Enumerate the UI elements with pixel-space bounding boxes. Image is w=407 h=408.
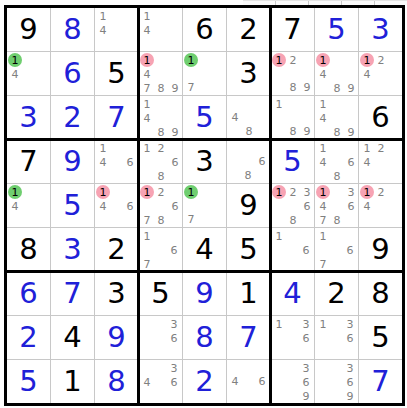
candidate-2: 2 — [374, 185, 388, 199]
candidate-1-pink-highlight: 1 — [316, 53, 330, 67]
cell-r8c9[interactable]: 5 — [359, 316, 402, 359]
candidate-9: 9 — [168, 81, 182, 95]
cell-r1c7[interactable]: 7 — [271, 8, 314, 51]
candidate-4: 4 — [140, 111, 154, 125]
cell-r9c6[interactable]: 46 — [227, 360, 270, 403]
cell-r8c6[interactable]: 7 — [227, 316, 270, 359]
cell-r8c1[interactable]: 2 — [7, 316, 50, 359]
candidates: 136 — [271, 316, 314, 359]
candidates: 12678 — [139, 184, 182, 227]
candidate-7: 7 — [140, 213, 154, 227]
candidates: 134678 — [315, 184, 358, 227]
candidate-6: 6 — [343, 243, 357, 257]
cell-r9c1[interactable]: 5 — [7, 360, 50, 403]
cell-r8c3[interactable]: 9 — [95, 316, 138, 359]
candidate-3: 3 — [344, 185, 358, 199]
cell-r4c8[interactable]: 1468 — [315, 140, 358, 183]
candidate-1-pink-highlight: 1 — [140, 53, 154, 67]
candidate-8: 8 — [286, 124, 300, 138]
given-digit: 1 — [239, 279, 257, 308]
solved-digit: 5 — [19, 367, 37, 396]
candidates: 167 — [139, 228, 182, 271]
candidates: 124 — [359, 52, 402, 95]
candidate-8: 8 — [154, 213, 168, 227]
candidate-1: 1 — [140, 229, 154, 243]
cell-r1c6[interactable]: 2 — [227, 8, 270, 51]
cell-r6c4[interactable]: 167 — [139, 228, 182, 271]
candidate-7: 7 — [140, 257, 154, 271]
cell-r7c1[interactable]: 6 — [7, 272, 50, 315]
cell-r1c3[interactable]: 14 — [95, 8, 138, 51]
candidate-8: 8 — [286, 213, 300, 227]
cell-r2c3[interactable]: 5 — [95, 52, 138, 95]
candidate-1-pink-highlight: 1 — [140, 185, 154, 199]
cell-r7c2[interactable]: 7 — [51, 272, 94, 315]
cell-r2c5[interactable]: 17 — [183, 52, 226, 95]
cell-r3c5[interactable]: 5 — [183, 96, 226, 139]
cell-r8c2[interactable]: 4 — [51, 316, 94, 359]
candidate-8: 8 — [330, 125, 344, 139]
given-digit: 3 — [195, 147, 213, 176]
given-digit: 8 — [19, 235, 37, 264]
cell-r4c1[interactable]: 7 — [7, 140, 50, 183]
candidate-1: 1 — [140, 9, 154, 23]
cell-r9c4[interactable]: 346 — [139, 360, 182, 403]
candidate-6: 6 — [167, 243, 181, 257]
candidate-9: 9 — [343, 389, 357, 403]
cell-r1c9[interactable]: 3 — [359, 8, 402, 51]
candidate-9: 9 — [300, 124, 314, 138]
given-digit: 2 — [327, 279, 345, 308]
candidate-1: 1 — [140, 141, 154, 155]
candidate-1-pink-highlight: 1 — [360, 53, 374, 67]
cell-r2c2[interactable]: 6 — [51, 52, 94, 95]
given-digit: 9 — [19, 15, 37, 44]
cell-r5c3[interactable]: 146 — [95, 184, 138, 227]
solved-digit: 2 — [63, 103, 81, 132]
solved-digit: 3 — [371, 15, 389, 44]
cell-r4c6[interactable]: 68 — [227, 140, 270, 183]
candidate-2: 2 — [154, 141, 168, 155]
candidates: 48 — [227, 96, 270, 139]
candidate-2: 2 — [286, 185, 300, 199]
candidate-8: 8 — [154, 81, 168, 95]
candidate-1: 1 — [96, 9, 110, 23]
candidate-6: 6 — [344, 199, 358, 213]
sudoku-board: 9814146275314651478917312891489124327148… — [7, 8, 402, 403]
solved-digit: 7 — [239, 323, 257, 352]
cell-r7c3[interactable]: 3 — [95, 272, 138, 315]
candidate-6: 6 — [167, 331, 181, 345]
candidate-9: 9 — [168, 125, 182, 139]
candidate-4: 4 — [140, 23, 154, 37]
candidate-8: 8 — [242, 124, 256, 138]
given-digit: 7 — [283, 15, 301, 44]
given-digit: 5 — [239, 235, 257, 264]
cell-r3c9[interactable]: 6 — [359, 96, 402, 139]
candidate-6: 6 — [343, 375, 357, 389]
candidates: 1289 — [271, 52, 314, 95]
solved-digit: 8 — [107, 367, 125, 396]
solved-digit: 8 — [195, 323, 213, 352]
candidate-1-pink-highlight: 1 — [360, 185, 374, 199]
candidates: 36 — [139, 316, 182, 359]
candidate-6: 6 — [300, 199, 314, 213]
cell-r5c6[interactable]: 9 — [227, 184, 270, 227]
candidate-6: 6 — [299, 243, 313, 257]
cell-r4c2[interactable]: 9 — [51, 140, 94, 183]
candidate-4: 4 — [8, 67, 22, 81]
candidate-3: 3 — [343, 317, 357, 331]
cell-r6c3[interactable]: 2 — [95, 228, 138, 271]
candidate-4: 4 — [96, 23, 110, 37]
solved-digit: 6 — [63, 59, 81, 88]
candidate-7: 7 — [316, 213, 330, 227]
candidates: 124 — [359, 140, 402, 183]
candidate-8: 8 — [241, 168, 255, 182]
candidate-1: 1 — [272, 97, 286, 111]
cell-r6c1[interactable]: 8 — [7, 228, 50, 271]
cell-r1c1[interactable]: 9 — [7, 8, 50, 51]
cell-r9c2[interactable]: 1 — [51, 360, 94, 403]
candidate-7: 7 — [316, 257, 330, 271]
candidate-4: 4 — [140, 67, 154, 81]
solved-digit: 9 — [195, 279, 213, 308]
solved-digit: 9 — [107, 323, 125, 352]
cell-r7c8[interactable]: 2 — [315, 272, 358, 315]
solved-digit: 5 — [283, 147, 301, 176]
cell-r2c7[interactable]: 1289 — [271, 52, 314, 95]
candidate-3: 3 — [299, 317, 313, 331]
candidate-8: 8 — [330, 213, 344, 227]
candidate-2: 2 — [374, 53, 388, 67]
candidate-3: 3 — [167, 317, 181, 331]
given-digit: 5 — [371, 323, 389, 352]
candidates: 17 — [183, 184, 226, 227]
solved-digit: 8 — [63, 15, 81, 44]
candidate-2: 2 — [374, 141, 388, 155]
cell-r3c7[interactable]: 189 — [271, 96, 314, 139]
cell-r1c8[interactable]: 5 — [315, 8, 358, 51]
given-digit: 5 — [107, 59, 125, 88]
candidates: 1268 — [139, 140, 182, 183]
cell-r6c7[interactable]: 16 — [271, 228, 314, 271]
candidates: 14 — [7, 184, 50, 227]
cell-r5c4[interactable]: 12678 — [139, 184, 182, 227]
solved-digit: 7 — [63, 279, 81, 308]
candidate-9: 9 — [299, 389, 313, 403]
cell-r3c4[interactable]: 1489 — [139, 96, 182, 139]
given-digit: 3 — [107, 279, 125, 308]
candidates: 68 — [227, 140, 270, 183]
cell-r3c2[interactable]: 2 — [51, 96, 94, 139]
candidates: 136 — [315, 316, 358, 359]
cell-r4c7[interactable]: 5 — [271, 140, 314, 183]
cell-r7c4[interactable]: 5 — [139, 272, 182, 315]
given-digit: 5 — [151, 279, 169, 308]
cell-r6c6[interactable]: 5 — [227, 228, 270, 271]
cell-r4c5[interactable]: 3 — [183, 140, 226, 183]
candidate-4: 4 — [316, 199, 330, 213]
cell-r3c3[interactable]: 7 — [95, 96, 138, 139]
candidate-4: 4 — [316, 111, 330, 125]
solved-digit: 5 — [195, 103, 213, 132]
candidate-4: 4 — [96, 155, 110, 169]
cell-r4c4[interactable]: 1268 — [139, 140, 182, 183]
candidate-3: 3 — [167, 361, 181, 375]
candidates: 1489 — [139, 96, 182, 139]
candidate-1: 1 — [316, 97, 330, 111]
solved-digit: 2 — [19, 323, 37, 352]
cell-r7c6[interactable]: 1 — [227, 272, 270, 315]
candidates: 16 — [271, 228, 314, 271]
solved-digit: 6 — [19, 279, 37, 308]
given-digit: 6 — [195, 15, 213, 44]
cell-r9c9[interactable]: 7 — [359, 360, 402, 403]
candidates: 1468 — [315, 140, 358, 183]
given-digit: 4 — [195, 235, 213, 264]
cell-r1c5[interactable]: 6 — [183, 8, 226, 51]
candidate-8: 8 — [154, 125, 168, 139]
candidate-9: 9 — [344, 125, 358, 139]
candidate-8: 8 — [154, 169, 168, 183]
candidate-1: 1 — [272, 229, 286, 243]
candidates: 1489 — [315, 52, 358, 95]
candidates: 1489 — [315, 96, 358, 139]
solved-digit: 2 — [195, 367, 213, 396]
candidate-1-pink-highlight: 1 — [316, 185, 330, 199]
given-digit: 2 — [239, 15, 257, 44]
candidate-6: 6 — [168, 199, 182, 213]
candidate-1-green-highlight: 1 — [184, 53, 198, 67]
cell-r8c5[interactable]: 8 — [183, 316, 226, 359]
sudoku-board-frame: 9814146275314651478917312891489124327148… — [4, 5, 405, 406]
cell-r1c2[interactable]: 8 — [51, 8, 94, 51]
cell-r7c7[interactable]: 4 — [271, 272, 314, 315]
candidate-2: 2 — [154, 185, 168, 199]
candidate-8: 8 — [330, 169, 344, 183]
solved-digit: 3 — [19, 103, 37, 132]
candidate-6: 6 — [167, 375, 181, 389]
candidate-6: 6 — [123, 155, 137, 169]
cell-r2c8[interactable]: 1489 — [315, 52, 358, 95]
candidate-3: 3 — [299, 361, 313, 375]
cell-r3c1[interactable]: 3 — [7, 96, 50, 139]
candidate-6: 6 — [299, 331, 313, 345]
candidates: 46 — [227, 360, 270, 403]
solved-digit: 3 — [63, 235, 81, 264]
candidate-4: 4 — [360, 199, 374, 213]
cell-r6c8[interactable]: 167 — [315, 228, 358, 271]
cell-r6c2[interactable]: 3 — [51, 228, 94, 271]
candidate-1-green-highlight: 1 — [184, 185, 198, 199]
given-digit: 3 — [239, 59, 257, 88]
cell-r5c8[interactable]: 134678 — [315, 184, 358, 227]
candidates: 14 — [139, 8, 182, 51]
solved-digit: 5 — [327, 15, 345, 44]
cell-r3c8[interactable]: 1489 — [315, 96, 358, 139]
candidate-4: 4 — [8, 199, 22, 213]
candidate-6: 6 — [168, 155, 182, 169]
candidate-6: 6 — [255, 375, 269, 389]
given-digit: 4 — [63, 323, 81, 352]
cell-r9c5[interactable]: 2 — [183, 360, 226, 403]
cell-r9c7[interactable]: 369 — [271, 360, 314, 403]
candidate-4: 4 — [316, 67, 330, 81]
candidate-4: 4 — [228, 110, 242, 124]
candidates: 369 — [315, 360, 358, 403]
cell-r1c4[interactable]: 14 — [139, 8, 182, 51]
cell-r5c9[interactable]: 124 — [359, 184, 402, 227]
candidate-1-green-highlight: 1 — [8, 53, 22, 67]
cell-r4c9[interactable]: 124 — [359, 140, 402, 183]
cell-r2c9[interactable]: 124 — [359, 52, 402, 95]
candidate-7: 7 — [184, 80, 198, 94]
cell-r5c5[interactable]: 17 — [183, 184, 226, 227]
cell-r2c1[interactable]: 14 — [7, 52, 50, 95]
candidate-3: 3 — [300, 185, 314, 199]
candidates: 12368 — [271, 184, 314, 227]
candidate-1: 1 — [316, 229, 330, 243]
candidate-1: 1 — [96, 141, 110, 155]
candidate-1-pink-highlight: 1 — [272, 185, 286, 199]
candidate-7: 7 — [140, 81, 154, 95]
cell-r9c8[interactable]: 369 — [315, 360, 358, 403]
cell-r6c5[interactable]: 4 — [183, 228, 226, 271]
candidate-1: 1 — [140, 97, 154, 111]
cell-r8c4[interactable]: 36 — [139, 316, 182, 359]
solved-digit: 4 — [283, 279, 301, 308]
candidate-2: 2 — [286, 53, 300, 67]
candidate-4: 4 — [316, 155, 330, 169]
given-digit: 2 — [107, 235, 125, 264]
cell-r6c9[interactable]: 9 — [359, 228, 402, 271]
candidate-3: 3 — [343, 361, 357, 375]
candidate-1: 1 — [316, 141, 330, 155]
candidate-4: 4 — [228, 375, 242, 389]
cell-r7c9[interactable]: 8 — [359, 272, 402, 315]
cell-r5c2[interactable]: 5 — [51, 184, 94, 227]
cell-r5c7[interactable]: 12368 — [271, 184, 314, 227]
cell-r8c7[interactable]: 136 — [271, 316, 314, 359]
candidates: 167 — [315, 228, 358, 271]
candidate-1-green-highlight: 1 — [8, 185, 22, 199]
solved-digit: 7 — [371, 367, 389, 396]
candidate-1-pink-highlight: 1 — [96, 185, 110, 199]
candidate-9: 9 — [344, 81, 358, 95]
cell-r5c1[interactable]: 14 — [7, 184, 50, 227]
cell-r4c3[interactable]: 146 — [95, 140, 138, 183]
candidate-1-pink-highlight: 1 — [272, 53, 286, 67]
given-digit: 7 — [19, 147, 37, 176]
given-digit: 8 — [371, 279, 389, 308]
candidate-4: 4 — [360, 67, 374, 81]
candidate-6: 6 — [299, 375, 313, 389]
candidates: 146 — [95, 184, 138, 227]
candidates: 17 — [183, 52, 226, 95]
candidate-6: 6 — [123, 199, 137, 213]
cell-r9c3[interactable]: 8 — [95, 360, 138, 403]
cell-r2c4[interactable]: 14789 — [139, 52, 182, 95]
candidate-1: 1 — [360, 141, 374, 155]
candidates: 146 — [95, 140, 138, 183]
given-digit: 9 — [239, 191, 257, 220]
candidate-9: 9 — [300, 80, 314, 94]
cell-r8c8[interactable]: 136 — [315, 316, 358, 359]
candidate-6: 6 — [343, 331, 357, 345]
candidate-7: 7 — [184, 212, 198, 226]
solved-digit: 5 — [63, 191, 81, 220]
candidate-6: 6 — [344, 155, 358, 169]
candidate-4: 4 — [96, 199, 110, 213]
given-digit: 9 — [371, 235, 389, 264]
solved-digit: 7 — [107, 103, 125, 132]
candidate-1: 1 — [316, 317, 330, 331]
candidate-8: 8 — [330, 81, 344, 95]
cell-r3c6[interactable]: 48 — [227, 96, 270, 139]
cell-r2c6[interactable]: 3 — [227, 52, 270, 95]
candidate-4: 4 — [360, 155, 374, 169]
candidate-4: 4 — [140, 375, 154, 389]
solved-digit: 9 — [63, 147, 81, 176]
cell-r7c5[interactable]: 9 — [183, 272, 226, 315]
given-digit: 1 — [63, 367, 81, 396]
candidate-1: 1 — [272, 317, 286, 331]
candidates: 124 — [359, 184, 402, 227]
candidates: 189 — [271, 96, 314, 139]
candidate-8: 8 — [286, 80, 300, 94]
candidates: 14 — [95, 8, 138, 51]
candidates: 369 — [271, 360, 314, 403]
candidates: 14 — [7, 52, 50, 95]
candidate-6: 6 — [255, 154, 269, 168]
given-digit: 6 — [371, 103, 389, 132]
candidates: 14789 — [139, 52, 182, 95]
candidates: 346 — [139, 360, 182, 403]
